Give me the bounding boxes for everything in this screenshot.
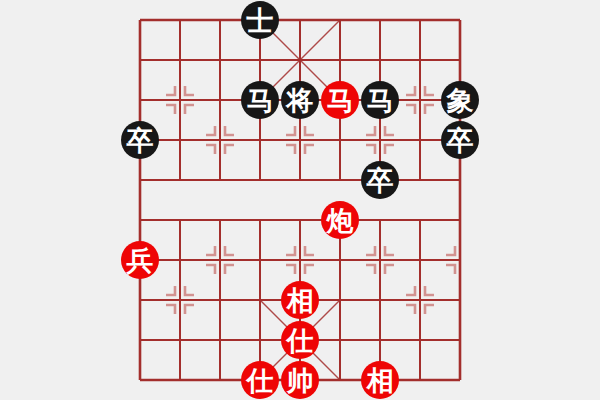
intersection[interactable] bbox=[320, 280, 360, 320]
intersection[interactable] bbox=[200, 80, 240, 120]
red-advisor[interactable]: 仕 bbox=[281, 321, 319, 359]
intersection[interactable] bbox=[160, 200, 200, 240]
intersection[interactable] bbox=[320, 320, 360, 360]
intersection[interactable]: 马 bbox=[240, 80, 280, 120]
intersection[interactable]: 士 bbox=[240, 0, 280, 40]
intersection[interactable] bbox=[200, 360, 240, 400]
intersection[interactable] bbox=[360, 200, 400, 240]
intersection[interactable] bbox=[280, 0, 320, 40]
intersection[interactable] bbox=[120, 280, 160, 320]
intersection[interactable] bbox=[200, 200, 240, 240]
intersection[interactable] bbox=[240, 40, 280, 80]
intersection[interactable] bbox=[120, 320, 160, 360]
intersection[interactable] bbox=[280, 240, 320, 280]
intersection[interactable]: 炮 bbox=[320, 200, 360, 240]
intersection[interactable] bbox=[440, 320, 480, 360]
intersection[interactable] bbox=[160, 0, 200, 40]
intersection[interactable] bbox=[200, 120, 240, 160]
intersection[interactable] bbox=[160, 40, 200, 80]
black-soldier[interactable]: 卒 bbox=[361, 161, 399, 199]
intersection[interactable] bbox=[440, 240, 480, 280]
xiangqi-app: 士马将马马象卒卒卒炮兵相仕仕帅相 bbox=[0, 0, 600, 400]
intersection[interactable] bbox=[360, 240, 400, 280]
black-elephant[interactable]: 象 bbox=[441, 81, 479, 119]
black-horse[interactable]: 马 bbox=[361, 81, 399, 119]
intersection[interactable] bbox=[200, 320, 240, 360]
intersection[interactable] bbox=[360, 320, 400, 360]
intersection[interactable] bbox=[200, 240, 240, 280]
intersection[interactable] bbox=[240, 120, 280, 160]
intersection[interactable] bbox=[160, 320, 200, 360]
intersection[interactable] bbox=[280, 120, 320, 160]
intersection[interactable] bbox=[440, 360, 480, 400]
black-general[interactable]: 将 bbox=[281, 81, 319, 119]
intersection[interactable] bbox=[120, 200, 160, 240]
intersection[interactable] bbox=[120, 80, 160, 120]
intersection[interactable] bbox=[200, 0, 240, 40]
intersection[interactable]: 马 bbox=[320, 80, 360, 120]
intersection[interactable] bbox=[400, 40, 440, 80]
intersection[interactable] bbox=[240, 320, 280, 360]
intersection[interactable] bbox=[160, 360, 200, 400]
intersection[interactable] bbox=[160, 280, 200, 320]
intersection[interactable] bbox=[400, 120, 440, 160]
xiangqi-board[interactable]: 士马将马马象卒卒卒炮兵相仕仕帅相 bbox=[120, 0, 480, 400]
intersection[interactable] bbox=[400, 200, 440, 240]
intersection[interactable]: 仕 bbox=[240, 360, 280, 400]
intersection[interactable] bbox=[120, 0, 160, 40]
red-elephant[interactable]: 相 bbox=[281, 281, 319, 319]
intersection[interactable] bbox=[320, 120, 360, 160]
red-cannon[interactable]: 炮 bbox=[321, 201, 359, 239]
intersection[interactable] bbox=[400, 80, 440, 120]
intersection[interactable] bbox=[200, 280, 240, 320]
intersection[interactable] bbox=[240, 200, 280, 240]
intersection[interactable] bbox=[440, 0, 480, 40]
black-soldier[interactable]: 卒 bbox=[441, 121, 479, 159]
black-soldier[interactable]: 卒 bbox=[121, 121, 159, 159]
intersection[interactable] bbox=[120, 360, 160, 400]
intersection[interactable] bbox=[440, 40, 480, 80]
red-advisor[interactable]: 仕 bbox=[241, 361, 279, 399]
intersection[interactable] bbox=[160, 240, 200, 280]
red-horse[interactable]: 马 bbox=[321, 81, 359, 119]
intersection[interactable] bbox=[200, 160, 240, 200]
intersection[interactable]: 相 bbox=[360, 360, 400, 400]
red-soldier[interactable]: 兵 bbox=[121, 241, 159, 279]
intersection[interactable] bbox=[280, 200, 320, 240]
red-general[interactable]: 帅 bbox=[281, 361, 319, 399]
intersection[interactable] bbox=[360, 40, 400, 80]
intersection[interactable] bbox=[440, 200, 480, 240]
intersection[interactable] bbox=[240, 280, 280, 320]
intersection[interactable] bbox=[320, 360, 360, 400]
intersection[interactable] bbox=[320, 40, 360, 80]
intersection[interactable] bbox=[440, 280, 480, 320]
black-advisor[interactable]: 士 bbox=[241, 1, 279, 39]
intersection[interactable]: 卒 bbox=[440, 120, 480, 160]
intersection[interactable] bbox=[160, 80, 200, 120]
intersection[interactable] bbox=[400, 240, 440, 280]
intersection[interactable] bbox=[400, 0, 440, 40]
intersection[interactable] bbox=[400, 280, 440, 320]
intersection[interactable] bbox=[240, 160, 280, 200]
intersection[interactable] bbox=[160, 120, 200, 160]
intersection[interactable] bbox=[240, 240, 280, 280]
intersection[interactable]: 象 bbox=[440, 80, 480, 120]
intersection[interactable] bbox=[360, 280, 400, 320]
intersection[interactable] bbox=[360, 120, 400, 160]
intersection[interactable] bbox=[320, 0, 360, 40]
intersection[interactable] bbox=[320, 240, 360, 280]
intersection[interactable] bbox=[400, 320, 440, 360]
intersection[interactable] bbox=[280, 160, 320, 200]
intersection[interactable] bbox=[400, 160, 440, 200]
intersection[interactable]: 马 bbox=[360, 80, 400, 120]
intersection[interactable]: 相 bbox=[280, 280, 320, 320]
intersection[interactable] bbox=[120, 40, 160, 80]
intersection[interactable] bbox=[280, 40, 320, 80]
intersection[interactable] bbox=[440, 160, 480, 200]
intersection[interactable]: 将 bbox=[280, 80, 320, 120]
intersection[interactable] bbox=[120, 160, 160, 200]
intersection[interactable] bbox=[200, 40, 240, 80]
red-elephant[interactable]: 相 bbox=[361, 361, 399, 399]
intersection[interactable] bbox=[360, 0, 400, 40]
intersection[interactable]: 卒 bbox=[360, 160, 400, 200]
black-horse[interactable]: 马 bbox=[241, 81, 279, 119]
intersection[interactable]: 卒 bbox=[120, 120, 160, 160]
intersection[interactable]: 仕 bbox=[280, 320, 320, 360]
intersection[interactable] bbox=[160, 160, 200, 200]
intersection[interactable]: 兵 bbox=[120, 240, 160, 280]
intersection[interactable]: 帅 bbox=[280, 360, 320, 400]
intersection[interactable] bbox=[400, 360, 440, 400]
intersection[interactable] bbox=[320, 160, 360, 200]
